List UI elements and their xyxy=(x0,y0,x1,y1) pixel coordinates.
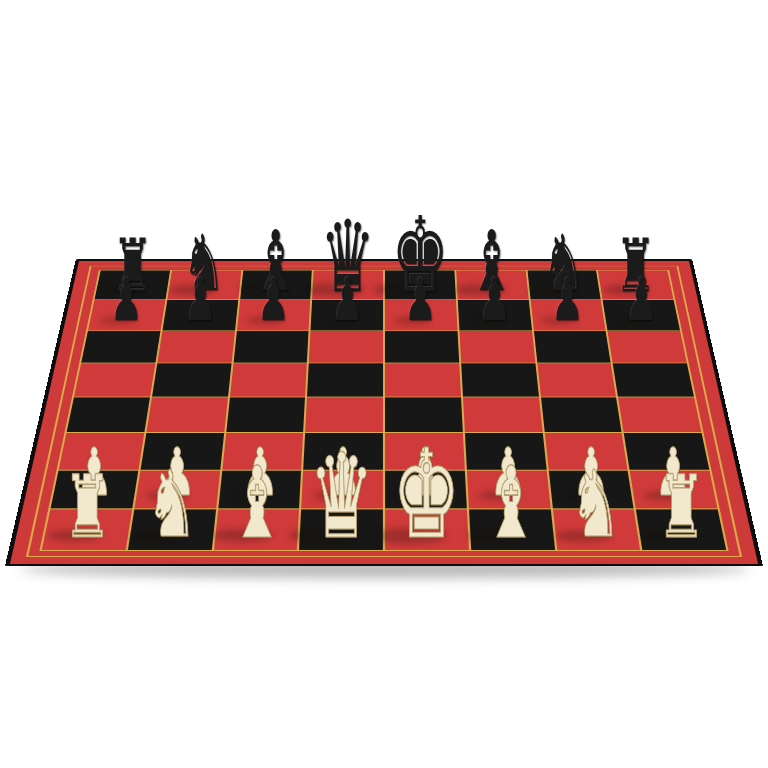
square-h3[interactable] xyxy=(624,433,709,469)
square-g1[interactable] xyxy=(552,510,640,550)
square-d5[interactable] xyxy=(307,364,383,397)
square-e1[interactable] xyxy=(385,510,469,550)
square-d4[interactable] xyxy=(305,397,383,432)
square-f7[interactable] xyxy=(458,300,532,330)
square-c8[interactable] xyxy=(240,270,312,299)
square-f8[interactable] xyxy=(456,270,528,299)
square-f3[interactable] xyxy=(465,433,546,469)
square-h2[interactable] xyxy=(630,470,718,508)
square-h7[interactable] xyxy=(603,300,680,330)
square-d6[interactable] xyxy=(309,331,383,363)
square-a3[interactable] xyxy=(59,433,144,469)
square-f4[interactable] xyxy=(463,397,542,432)
square-a6[interactable] xyxy=(81,331,160,363)
square-b6[interactable] xyxy=(157,331,234,363)
square-h5[interactable] xyxy=(613,364,694,397)
board-margin xyxy=(10,261,758,564)
square-f5[interactable] xyxy=(461,364,538,397)
square-b7[interactable] xyxy=(162,300,238,330)
square-c7[interactable] xyxy=(236,300,310,330)
square-b5[interactable] xyxy=(152,364,231,397)
square-d1[interactable] xyxy=(299,510,383,550)
square-d3[interactable] xyxy=(303,433,382,469)
square-c6[interactable] xyxy=(233,331,309,363)
square-f6[interactable] xyxy=(459,331,535,363)
square-d7[interactable] xyxy=(311,300,383,330)
square-c4[interactable] xyxy=(226,397,305,432)
square-d8[interactable] xyxy=(312,270,383,299)
square-g8[interactable] xyxy=(527,270,601,299)
square-e8[interactable] xyxy=(385,270,456,299)
square-e2[interactable] xyxy=(385,470,467,508)
square-g3[interactable] xyxy=(544,433,627,469)
square-g4[interactable] xyxy=(541,397,622,432)
square-h1[interactable] xyxy=(636,510,726,550)
square-c1[interactable] xyxy=(213,510,299,550)
square-f1[interactable] xyxy=(469,510,555,550)
square-e3[interactable] xyxy=(385,433,464,469)
square-a2[interactable] xyxy=(51,470,139,508)
square-g5[interactable] xyxy=(537,364,616,397)
square-b1[interactable] xyxy=(128,510,216,550)
square-g2[interactable] xyxy=(548,470,634,508)
board-perspective-wrapper xyxy=(44,234,724,560)
square-a8[interactable] xyxy=(95,270,170,299)
square-a5[interactable] xyxy=(74,364,155,397)
square-b4[interactable] xyxy=(146,397,227,432)
square-c2[interactable] xyxy=(218,470,302,508)
square-h4[interactable] xyxy=(618,397,701,432)
square-f2[interactable] xyxy=(467,470,551,508)
product-photo-scene: ♜♞♝♛♚♝♞♜♟♟♟♟♟♟♟♟♟♟♟♟♟♟♟♟♜♞♝♛♚♝♞♜ xyxy=(0,0,768,768)
square-h6[interactable] xyxy=(608,331,687,363)
square-b2[interactable] xyxy=(134,470,220,508)
square-e6[interactable] xyxy=(385,331,459,363)
square-e4[interactable] xyxy=(385,397,463,432)
square-g6[interactable] xyxy=(533,331,610,363)
square-d2[interactable] xyxy=(301,470,383,508)
board-tilt xyxy=(5,259,763,566)
square-h8[interactable] xyxy=(598,270,673,299)
square-c5[interactable] xyxy=(230,364,307,397)
square-b8[interactable] xyxy=(167,270,241,299)
chess-board xyxy=(39,270,728,551)
square-g7[interactable] xyxy=(530,300,606,330)
square-a1[interactable] xyxy=(42,510,132,550)
square-a7[interactable] xyxy=(88,300,165,330)
square-e5[interactable] xyxy=(385,364,461,397)
square-b3[interactable] xyxy=(140,433,223,469)
square-a4[interactable] xyxy=(67,397,150,432)
square-c3[interactable] xyxy=(222,433,303,469)
square-e7[interactable] xyxy=(385,300,457,330)
board-rim xyxy=(5,259,763,566)
